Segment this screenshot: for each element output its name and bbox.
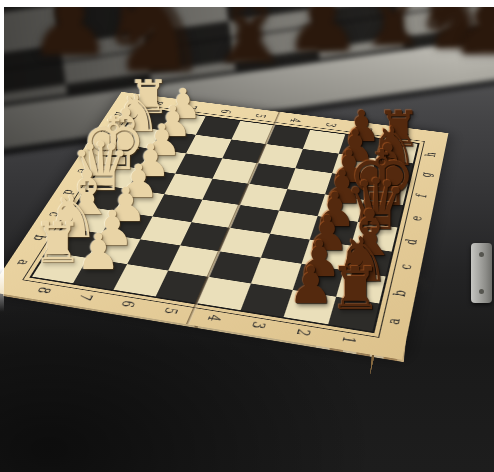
file-label-right-b: b — [391, 289, 408, 297]
file-label-right-a: a — [385, 317, 402, 326]
background-piece-pawn: ♟ — [283, 0, 362, 65]
square-b2 — [293, 264, 343, 297]
file-label-left-e: e — [75, 168, 90, 174]
file-label-left-f: f — [89, 149, 103, 153]
square-d5 — [191, 200, 240, 228]
square-d1 — [350, 222, 397, 252]
square-b1 — [336, 270, 386, 303]
square-c7 — [101, 211, 152, 240]
file-label-left-c: c — [47, 211, 63, 217]
rank-label-far-3: 3 — [324, 122, 338, 128]
square-b5 — [168, 245, 220, 276]
square-c5 — [180, 222, 230, 252]
rank-label-near-5: 5 — [162, 307, 180, 316]
file-label-right-f: f — [414, 193, 428, 198]
square-d2 — [310, 216, 357, 245]
rank-label-near-7: 7 — [77, 293, 95, 302]
rank-label-near-3: 3 — [249, 321, 267, 330]
board-grid — [29, 107, 419, 333]
square-c8 — [63, 205, 115, 233]
rank-label-far-7: 7 — [184, 104, 198, 109]
rank-label-near-1: 1 — [340, 335, 358, 344]
square-b4 — [209, 251, 261, 283]
file-label-left-d: d — [61, 189, 77, 196]
rank-label-far-5: 5 — [253, 113, 267, 119]
square-d8 — [77, 184, 127, 211]
square-c6 — [140, 216, 191, 245]
square-e1 — [357, 199, 403, 227]
clasp-screw — [479, 252, 484, 257]
square-b8 — [48, 228, 101, 258]
photo-frame-left — [0, 0, 4, 312]
rank-label-near-2: 2 — [294, 328, 312, 337]
square-a1 — [328, 296, 380, 331]
rank-label-near-8: 8 — [35, 286, 53, 294]
square-c1 — [343, 245, 391, 276]
file-label-right-g: g — [419, 171, 434, 177]
square-a3 — [240, 283, 293, 317]
background-piece-pawn: ♟ — [450, 0, 494, 67]
square-b7 — [87, 233, 140, 263]
file-label-left-h: h — [112, 111, 126, 117]
file-label-right-c: c — [398, 263, 414, 270]
square-c3 — [260, 233, 309, 263]
square-a5 — [155, 270, 209, 303]
rank-label-far-6: 6 — [219, 109, 233, 114]
square-b3 — [251, 258, 302, 290]
photo-frame-top — [0, 0, 494, 7]
square-c4 — [220, 228, 270, 258]
square-a7 — [73, 258, 128, 290]
square-d4 — [230, 205, 278, 233]
square-a4 — [197, 277, 250, 311]
square-a2 — [284, 290, 336, 325]
board-clasp — [471, 243, 492, 303]
file-label-right-d: d — [403, 238, 419, 246]
rank-label-far-2: 2 — [360, 127, 374, 133]
clasp-screw — [479, 289, 484, 294]
square-e3 — [279, 189, 326, 216]
rank-label-far-8: 8 — [151, 100, 165, 105]
rank-label-far-4: 4 — [288, 118, 302, 124]
file-label-left-b: b — [31, 234, 48, 241]
square-a8 — [32, 251, 87, 283]
file-label-right-e: e — [409, 215, 424, 222]
rank-label-far-1: 1 — [396, 131, 410, 137]
product-photo: abcd ♟♞♝♟♝♞♟ 8877665544332211aabbccddeef… — [0, 0, 494, 472]
file-label-left-a: a — [15, 259, 32, 267]
file-label-right-h: h — [423, 151, 437, 157]
square-e2 — [318, 194, 364, 222]
square-b6 — [127, 239, 180, 270]
background-piece-knight: ♞ — [94, 0, 212, 91]
rank-label-near-4: 4 — [205, 314, 223, 323]
square-a6 — [114, 264, 168, 297]
square-c2 — [302, 239, 351, 270]
square-d3 — [270, 211, 318, 240]
file-label-left-g: g — [100, 129, 115, 135]
rank-label-near-6: 6 — [119, 300, 137, 309]
